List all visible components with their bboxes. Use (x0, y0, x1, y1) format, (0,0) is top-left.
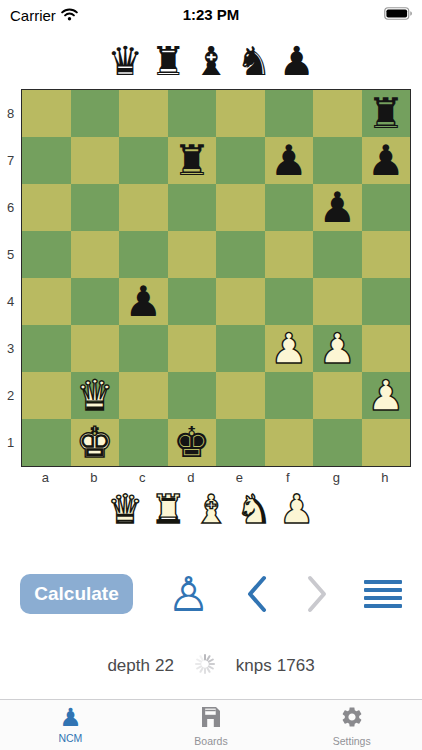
gear-icon (340, 705, 364, 733)
square-a1[interactable] (22, 419, 71, 466)
status-bar: Carrier 1:23 PM (0, 0, 422, 26)
rank-label-4: 4 (2, 278, 19, 325)
black-pawn: ♟ (270, 137, 308, 184)
square-h2[interactable]: ♟ (362, 372, 411, 419)
rank-labels: 87654321 (2, 90, 19, 466)
black-knight-tray-piece[interactable]: ♞ (236, 38, 272, 84)
white-king: ♚ (76, 419, 114, 466)
knps-value: 1763 (277, 656, 315, 676)
square-g3[interactable]: ♟ (313, 325, 362, 372)
square-f2[interactable] (265, 372, 314, 419)
square-c8[interactable] (119, 90, 168, 137)
depth-stat: depth 22 (107, 656, 173, 676)
square-f5[interactable] (265, 231, 314, 278)
chess-board: ♜♜♟♟♟♟♟♟♛♟♚♚ (21, 89, 411, 467)
square-f3[interactable]: ♟ (265, 325, 314, 372)
black-rook: ♜ (173, 137, 211, 184)
square-h8[interactable]: ♜ (362, 90, 411, 137)
square-b5[interactable] (71, 231, 120, 278)
square-a4[interactable] (22, 278, 71, 325)
square-e3[interactable] (216, 325, 265, 372)
square-d6[interactable] (168, 184, 217, 231)
square-b3[interactable] (71, 325, 120, 372)
square-c1[interactable] (119, 419, 168, 466)
square-g1[interactable] (313, 419, 362, 466)
chevron-right-icon (304, 574, 330, 614)
square-e6[interactable] (216, 184, 265, 231)
square-h5[interactable] (362, 231, 411, 278)
square-h6[interactable] (362, 184, 411, 231)
chevron-left-icon (244, 574, 270, 614)
square-h4[interactable] (362, 278, 411, 325)
square-e5[interactable] (216, 231, 265, 278)
pawn-icon: ♟ (59, 705, 81, 730)
square-b1[interactable]: ♚ (71, 419, 120, 466)
square-g2[interactable] (313, 372, 362, 419)
square-c6[interactable] (119, 184, 168, 231)
white-queen-tray-piece[interactable]: ♛ (107, 486, 143, 532)
square-c5[interactable] (119, 231, 168, 278)
white-pawn-tray-piece[interactable]: ♟ (279, 486, 315, 532)
square-d4[interactable] (168, 278, 217, 325)
activity-spinner-icon (194, 653, 216, 680)
square-a2[interactable] (22, 372, 71, 419)
square-e4[interactable] (216, 278, 265, 325)
calculate-button[interactable]: Calculate (20, 574, 133, 614)
knps-label: knps (236, 656, 272, 676)
square-a3[interactable] (22, 325, 71, 372)
tab-settings[interactable]: Settings (281, 700, 422, 750)
black-rook: ♜ (367, 90, 405, 137)
square-d3[interactable] (168, 325, 217, 372)
square-h3[interactable] (362, 325, 411, 372)
white-pawn: ♟ (367, 372, 405, 419)
rank-label-3: 3 (2, 325, 19, 372)
square-f6[interactable] (265, 184, 314, 231)
tab-bar: ♟ NCM Boards Settings (0, 699, 422, 750)
floppy-disk-icon (199, 705, 223, 733)
engine-status: depth 22 knps 1763 (0, 648, 422, 684)
black-queen-tray-piece[interactable]: ♛ (107, 38, 143, 84)
white-pawn: ♟ (318, 325, 356, 372)
square-c2[interactable] (119, 372, 168, 419)
square-b4[interactable] (71, 278, 120, 325)
square-g4[interactable] (313, 278, 362, 325)
black-piece-tray: ♛♜♝♞♟ (0, 38, 422, 84)
knps-stat: knps 1763 (236, 656, 315, 676)
square-a6[interactable] (22, 184, 71, 231)
white-knight-tray-piece[interactable]: ♞ (236, 486, 272, 532)
square-g5[interactable] (313, 231, 362, 278)
black-king: ♚ (173, 419, 211, 466)
white-queen: ♛ (76, 372, 114, 419)
square-b2[interactable]: ♛ (71, 372, 120, 419)
depth-label: depth (107, 656, 150, 676)
black-pawn-tray-piece[interactable]: ♟ (279, 38, 315, 84)
square-g7[interactable] (313, 137, 362, 184)
white-piece-tray: ♛♜♝♞♟ (0, 484, 422, 532)
rank-label-2: 2 (2, 372, 19, 419)
tab-boards-label: Boards (194, 735, 227, 747)
square-a5[interactable] (22, 231, 71, 278)
rank-label-8: 8 (2, 90, 19, 137)
menu-icon[interactable] (364, 580, 402, 609)
square-a7[interactable] (22, 137, 71, 184)
square-h1[interactable] (362, 419, 411, 466)
square-c7[interactable] (119, 137, 168, 184)
white-bishop-tray-piece[interactable]: ♝ (193, 486, 229, 532)
square-e2[interactable] (216, 372, 265, 419)
toolbar: Calculate ♙ (0, 570, 422, 618)
depth-value: 22 (155, 656, 174, 676)
square-f7[interactable]: ♟ (265, 137, 314, 184)
tab-ncm[interactable]: ♟ NCM (0, 700, 141, 750)
square-d7[interactable]: ♜ (168, 137, 217, 184)
square-g6[interactable]: ♟ (313, 184, 362, 231)
square-d1[interactable]: ♚ (168, 419, 217, 466)
black-pawn: ♟ (367, 137, 405, 184)
square-b7[interactable] (71, 137, 120, 184)
square-e1[interactable] (216, 419, 265, 466)
side-to-move-pawn-icon[interactable]: ♙ (167, 570, 210, 618)
tab-settings-label: Settings (333, 735, 371, 747)
previous-move-button[interactable] (244, 573, 270, 615)
square-b6[interactable] (71, 184, 120, 231)
tab-boards[interactable]: Boards (141, 700, 282, 750)
white-rook-tray-piece[interactable]: ♜ (150, 486, 186, 532)
square-c3[interactable] (119, 325, 168, 372)
black-rook-tray-piece[interactable]: ♜ (150, 38, 186, 84)
black-pawn: ♟ (124, 278, 162, 325)
square-f1[interactable] (265, 419, 314, 466)
rank-label-6: 6 (2, 184, 19, 231)
square-h7[interactable]: ♟ (362, 137, 411, 184)
next-move-button[interactable] (304, 573, 330, 615)
black-pawn: ♟ (318, 184, 356, 231)
tab-ncm-label: NCM (58, 732, 82, 744)
square-f8[interactable] (265, 90, 314, 137)
status-time: 1:23 PM (0, 6, 422, 23)
square-g8[interactable] (313, 90, 362, 137)
square-d2[interactable] (168, 372, 217, 419)
square-b8[interactable] (71, 90, 120, 137)
square-e7[interactable] (216, 137, 265, 184)
square-e8[interactable] (216, 90, 265, 137)
black-bishop-tray-piece[interactable]: ♝ (193, 38, 229, 84)
rank-label-1: 1 (2, 419, 19, 466)
square-d5[interactable] (168, 231, 217, 278)
rank-label-7: 7 (2, 137, 19, 184)
square-d8[interactable] (168, 90, 217, 137)
rank-label-5: 5 (2, 231, 19, 278)
square-c4[interactable]: ♟ (119, 278, 168, 325)
square-a8[interactable] (22, 90, 71, 137)
square-f4[interactable] (265, 278, 314, 325)
white-pawn: ♟ (270, 325, 308, 372)
